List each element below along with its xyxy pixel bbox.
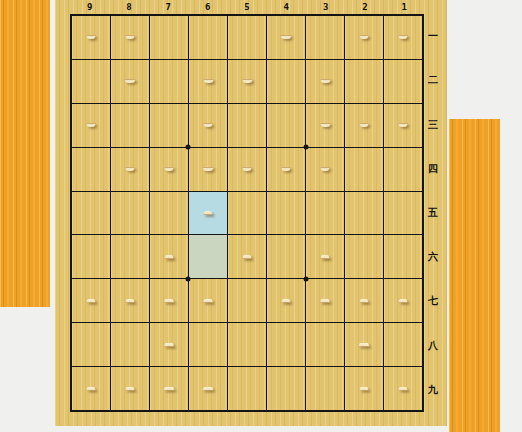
file-label-9: 9: [70, 0, 109, 14]
square-5-4[interactable]: 歩兵: [228, 148, 266, 191]
square-7-5[interactable]: [150, 192, 188, 235]
koma-body: 角行: [163, 387, 175, 391]
square-6-7[interactable]: 金将: [189, 279, 227, 322]
square-3-9[interactable]: [306, 367, 344, 410]
square-7-1[interactable]: [150, 16, 188, 59]
piece-sente-金将-67[interactable]: 金将: [203, 299, 214, 303]
piece-gote-歩兵-44[interactable]: 歩兵: [281, 167, 291, 171]
piece-sente-桂馬-29[interactable]: 桂馬: [359, 387, 369, 391]
piece-gote-歩兵-63[interactable]: 歩兵: [203, 123, 213, 127]
square-2-3[interactable]: 歩兵: [345, 104, 383, 147]
rank-label-8: 八: [425, 324, 447, 368]
square-1-3[interactable]: 歩兵: [384, 104, 422, 147]
koma-body: 角行: [202, 167, 214, 171]
piece-label: 歩兵: [125, 299, 135, 303]
square-6-6[interactable]: [189, 235, 227, 278]
piece-label: 歩兵: [203, 123, 213, 127]
square-9-4[interactable]: [72, 148, 110, 191]
piece-label: 角行: [163, 387, 175, 391]
koma-body: 香車: [86, 35, 96, 39]
square-9-7[interactable]: 歩兵: [72, 279, 110, 322]
koma-body: 歩兵: [359, 299, 369, 303]
koma-body: 歩兵: [125, 299, 135, 303]
piece-label: 歩兵: [359, 123, 369, 127]
koma-body: 銀将: [164, 299, 175, 303]
square-3-5[interactable]: [306, 192, 344, 235]
piece-gote-歩兵-93[interactable]: 歩兵: [86, 123, 96, 127]
square-4-9[interactable]: [267, 367, 305, 410]
square-8-3[interactable]: [111, 104, 149, 147]
square-4-1[interactable]: 王将: [267, 16, 305, 59]
square-7-8[interactable]: 金将: [150, 323, 188, 366]
piece-label: 桂馬: [125, 35, 135, 39]
square-1-7[interactable]: 歩兵: [384, 279, 422, 322]
piece-label: 香車: [398, 387, 408, 391]
file-label-2: 2: [345, 0, 384, 14]
koma-body: 歩兵: [164, 167, 174, 171]
piece-sente-玉将-69[interactable]: 玉将: [202, 387, 214, 391]
piece-label: 香車: [398, 35, 408, 39]
square-1-2[interactable]: [384, 60, 422, 103]
koma-body: 香車: [86, 387, 96, 391]
square-6-1[interactable]: [189, 16, 227, 59]
file-label-5: 5: [227, 0, 266, 14]
square-2-2[interactable]: [345, 60, 383, 103]
sente-komadai: [449, 119, 500, 432]
square-6-5[interactable]: 歩兵: [189, 192, 227, 235]
square-9-8[interactable]: [72, 323, 110, 366]
square-3-4[interactable]: 歩兵: [306, 148, 344, 191]
piece-label: 歩兵: [125, 167, 135, 171]
square-8-7[interactable]: 歩兵: [111, 279, 149, 322]
koma-body: 香車: [398, 35, 408, 39]
rank-label-9: 九: [425, 368, 447, 412]
square-3-1[interactable]: [306, 16, 344, 59]
piece-label: 歩兵: [359, 299, 369, 303]
koma-body: 歩兵: [242, 167, 252, 171]
piece-label: 歩兵: [320, 167, 330, 171]
piece-label: 桂馬: [359, 387, 369, 391]
koma-body: 歩兵: [281, 299, 291, 303]
rank-label-1: 一: [425, 14, 447, 58]
square-9-2[interactable]: [72, 60, 110, 103]
piece-sente-角行-79[interactable]: 角行: [163, 387, 175, 391]
piece-label: 飛車: [358, 343, 370, 347]
piece-label: 玉将: [202, 387, 214, 391]
piece-label: 銀将: [320, 123, 331, 127]
piece-sente-香車-19[interactable]: 香車: [398, 387, 408, 391]
rank-label-7: 七: [425, 279, 447, 323]
square-2-8[interactable]: 飛車: [345, 323, 383, 366]
square-1-6[interactable]: [384, 235, 422, 278]
square-5-6[interactable]: 歩兵: [228, 235, 266, 278]
square-7-2[interactable]: [150, 60, 188, 103]
koma-body: 玉将: [202, 387, 214, 391]
square-8-5[interactable]: [111, 192, 149, 235]
piece-label: 角行: [202, 167, 214, 171]
piece-gote-銀将-33[interactable]: 銀将: [320, 123, 331, 127]
square-2-9[interactable]: 桂馬: [345, 367, 383, 410]
piece-label: 歩兵: [398, 299, 408, 303]
piece-gote-桂馬-21[interactable]: 桂馬: [359, 35, 369, 39]
square-9-6[interactable]: [72, 235, 110, 278]
koma-body: 歩兵: [242, 255, 252, 259]
koma-body: 歩兵: [203, 123, 213, 127]
square-2-1[interactable]: 桂馬: [345, 16, 383, 59]
piece-label: 歩兵: [281, 167, 291, 171]
piece-gote-金将-52[interactable]: 金将: [242, 79, 253, 83]
koma-body: 金将: [242, 79, 253, 83]
board-grid-wrap: 香車桂馬王将桂馬香車飛車銀将金将金将歩兵歩兵銀将歩兵歩兵歩兵歩兵角行歩兵歩兵歩兵…: [70, 14, 424, 412]
file-label-7: 7: [149, 0, 188, 14]
rank-label-2: 二: [425, 58, 447, 102]
square-7-3[interactable]: [150, 104, 188, 147]
square-8-8[interactable]: [111, 323, 149, 366]
piece-label: 歩兵: [164, 255, 174, 259]
piece-label: 金将: [242, 79, 253, 83]
koma-body: 歩兵: [86, 299, 96, 303]
piece-label: 金将: [203, 299, 214, 303]
piece-label: 香車: [86, 35, 96, 39]
piece-gote-歩兵-13[interactable]: 歩兵: [398, 123, 408, 127]
square-7-6[interactable]: 歩兵: [150, 235, 188, 278]
koma-body: 銀将: [320, 123, 331, 127]
square-1-1[interactable]: 香車: [384, 16, 422, 59]
piece-label: 飛車: [124, 79, 136, 83]
file-label-8: 8: [109, 0, 148, 14]
file-label-4: 4: [267, 0, 306, 14]
square-3-2[interactable]: 金将: [306, 60, 344, 103]
piece-gote-香車-91[interactable]: 香車: [86, 35, 96, 39]
koma-body: 歩兵: [359, 123, 369, 127]
square-9-3[interactable]: 歩兵: [72, 104, 110, 147]
piece-sente-香車-99[interactable]: 香車: [86, 387, 96, 391]
piece-sente-飛車-28[interactable]: 飛車: [358, 343, 370, 347]
square-8-4[interactable]: 歩兵: [111, 148, 149, 191]
koma-body: 歩兵: [320, 167, 330, 171]
square-7-9[interactable]: 角行: [150, 367, 188, 410]
koma-body: 歩兵: [281, 167, 291, 171]
piece-sente-歩兵-47[interactable]: 歩兵: [281, 299, 291, 303]
koma-body: 王将: [280, 35, 292, 39]
square-5-1[interactable]: [228, 16, 266, 59]
piece-gote-王将-41[interactable]: 王将: [280, 35, 292, 39]
rank-label-3: 三: [425, 102, 447, 146]
file-label-1: 1: [385, 0, 424, 14]
square-5-9[interactable]: [228, 367, 266, 410]
square-2-7[interactable]: 歩兵: [345, 279, 383, 322]
square-6-9[interactable]: 玉将: [189, 367, 227, 410]
piece-sente-歩兵-76[interactable]: 歩兵: [164, 255, 174, 259]
square-9-1[interactable]: 香車: [72, 16, 110, 59]
square-6-3[interactable]: 歩兵: [189, 104, 227, 147]
file-labels: 987654321: [70, 0, 424, 14]
rank-labels: 一二三四五六七八九: [425, 14, 447, 412]
piece-label: 歩兵: [164, 167, 174, 171]
square-4-3[interactable]: [267, 104, 305, 147]
square-4-2[interactable]: [267, 60, 305, 103]
koma-body: 銀将: [320, 299, 331, 303]
koma-body: 金将: [164, 343, 175, 347]
shogi-app: 987654321 一二三四五六七八九 香車桂馬王将桂馬香車飛車銀将金将金将歩兵…: [0, 0, 522, 432]
piece-label: 金将: [164, 343, 175, 347]
rank-label-5: 五: [425, 191, 447, 235]
square-4-5[interactable]: [267, 192, 305, 235]
square-8-2[interactable]: 飛車: [111, 60, 149, 103]
piece-sente-銀将-37[interactable]: 銀将: [320, 299, 331, 303]
koma-body: 歩兵: [320, 255, 330, 259]
piece-label: 歩兵: [242, 167, 252, 171]
shogi-board: 987654321 一二三四五六七八九 香車桂馬王将桂馬香車飛車銀将金将金将歩兵…: [55, 0, 447, 426]
square-6-2[interactable]: 銀将: [189, 60, 227, 103]
rank-label-4: 四: [425, 147, 447, 191]
koma-body: 金将: [203, 299, 214, 303]
piece-label: 歩兵: [242, 255, 252, 259]
piece-gote-歩兵-34[interactable]: 歩兵: [320, 167, 330, 171]
square-2-6[interactable]: [345, 235, 383, 278]
square-8-1[interactable]: 桂馬: [111, 16, 149, 59]
piece-label: 銀将: [203, 79, 214, 83]
koma-body: 香車: [398, 387, 408, 391]
square-9-9[interactable]: 香車: [72, 367, 110, 410]
piece-gote-歩兵-23[interactable]: 歩兵: [359, 123, 369, 127]
square-1-9[interactable]: 香車: [384, 367, 422, 410]
piece-label: 桂馬: [359, 35, 369, 39]
square-7-7[interactable]: 銀将: [150, 279, 188, 322]
square-4-6[interactable]: [267, 235, 305, 278]
piece-label: 桂馬: [125, 387, 135, 391]
file-label-3: 3: [306, 0, 345, 14]
square-2-5[interactable]: [345, 192, 383, 235]
file-label-6: 6: [188, 0, 227, 14]
piece-label: 王将: [280, 35, 292, 39]
piece-gote-銀将-62[interactable]: 銀将: [203, 79, 214, 83]
piece-gote-金将-32[interactable]: 金将: [320, 79, 331, 83]
square-3-8[interactable]: [306, 323, 344, 366]
square-1-8[interactable]: [384, 323, 422, 366]
piece-label: 銀将: [164, 299, 175, 303]
rank-label-6: 六: [425, 235, 447, 279]
koma-body: 歩兵: [86, 123, 96, 127]
koma-body: 飛車: [124, 79, 136, 83]
square-4-7[interactable]: 歩兵: [267, 279, 305, 322]
piece-gote-歩兵-74[interactable]: 歩兵: [164, 167, 174, 171]
piece-gote-歩兵-54[interactable]: 歩兵: [242, 167, 252, 171]
square-4-8[interactable]: [267, 323, 305, 366]
piece-sente-桂馬-89[interactable]: 桂馬: [125, 387, 135, 391]
piece-gote-香車-11[interactable]: 香車: [398, 35, 408, 39]
square-8-6[interactable]: [111, 235, 149, 278]
piece-gote-桂馬-81[interactable]: 桂馬: [125, 35, 135, 39]
square-3-3[interactable]: 銀将: [306, 104, 344, 147]
piece-sente-歩兵-17[interactable]: 歩兵: [398, 299, 408, 303]
square-2-4[interactable]: [345, 148, 383, 191]
piece-sente-歩兵-65[interactable]: 歩兵: [203, 211, 213, 215]
square-1-4[interactable]: [384, 148, 422, 191]
koma-body: 桂馬: [359, 387, 369, 391]
piece-label: 歩兵: [320, 255, 330, 259]
koma-body: 歩兵: [398, 123, 408, 127]
koma-body: 歩兵: [125, 167, 135, 171]
gote-komadai: [0, 0, 50, 307]
koma-body: 金将: [320, 79, 331, 83]
piece-sente-銀将-77[interactable]: 銀将: [164, 299, 175, 303]
piece-sente-歩兵-97[interactable]: 歩兵: [86, 299, 96, 303]
piece-label: 歩兵: [281, 299, 291, 303]
koma-body: 桂馬: [125, 35, 135, 39]
koma-body: 歩兵: [203, 211, 213, 215]
square-5-3[interactable]: [228, 104, 266, 147]
piece-label: 歩兵: [86, 123, 96, 127]
square-3-7[interactable]: 銀将: [306, 279, 344, 322]
koma-body: 歩兵: [398, 299, 408, 303]
square-8-9[interactable]: 桂馬: [111, 367, 149, 410]
piece-label: 歩兵: [203, 211, 213, 215]
square-4-4[interactable]: 歩兵: [267, 148, 305, 191]
koma-body: 桂馬: [359, 35, 369, 39]
piece-sente-歩兵-56[interactable]: 歩兵: [242, 255, 252, 259]
piece-sente-歩兵-27[interactable]: 歩兵: [359, 299, 369, 303]
piece-label: 銀将: [320, 299, 331, 303]
square-5-8[interactable]: [228, 323, 266, 366]
piece-sente-歩兵-87[interactable]: 歩兵: [125, 299, 135, 303]
piece-sente-金将-78[interactable]: 金将: [164, 343, 175, 347]
square-5-2[interactable]: 金将: [228, 60, 266, 103]
piece-gote-角行-64[interactable]: 角行: [202, 167, 214, 171]
piece-gote-歩兵-84[interactable]: 歩兵: [125, 167, 135, 171]
square-6-4[interactable]: 角行: [189, 148, 227, 191]
square-9-5[interactable]: [72, 192, 110, 235]
board-grid: 香車桂馬王将桂馬香車飛車銀将金将金将歩兵歩兵銀将歩兵歩兵歩兵歩兵角行歩兵歩兵歩兵…: [70, 14, 424, 412]
piece-gote-飛車-82[interactable]: 飛車: [124, 79, 136, 83]
square-3-6[interactable]: 歩兵: [306, 235, 344, 278]
piece-sente-歩兵-36[interactable]: 歩兵: [320, 255, 330, 259]
square-5-7[interactable]: [228, 279, 266, 322]
koma-body: 歩兵: [164, 255, 174, 259]
piece-label: 金将: [320, 79, 331, 83]
koma-body: 桂馬: [125, 387, 135, 391]
square-5-5[interactable]: [228, 192, 266, 235]
piece-label: 歩兵: [86, 299, 96, 303]
koma-body: 銀将: [203, 79, 214, 83]
piece-label: 歩兵: [398, 123, 408, 127]
piece-label: 香車: [86, 387, 96, 391]
square-1-5[interactable]: [384, 192, 422, 235]
koma-body: 飛車: [358, 343, 370, 347]
square-6-8[interactable]: [189, 323, 227, 366]
square-7-4[interactable]: 歩兵: [150, 148, 188, 191]
